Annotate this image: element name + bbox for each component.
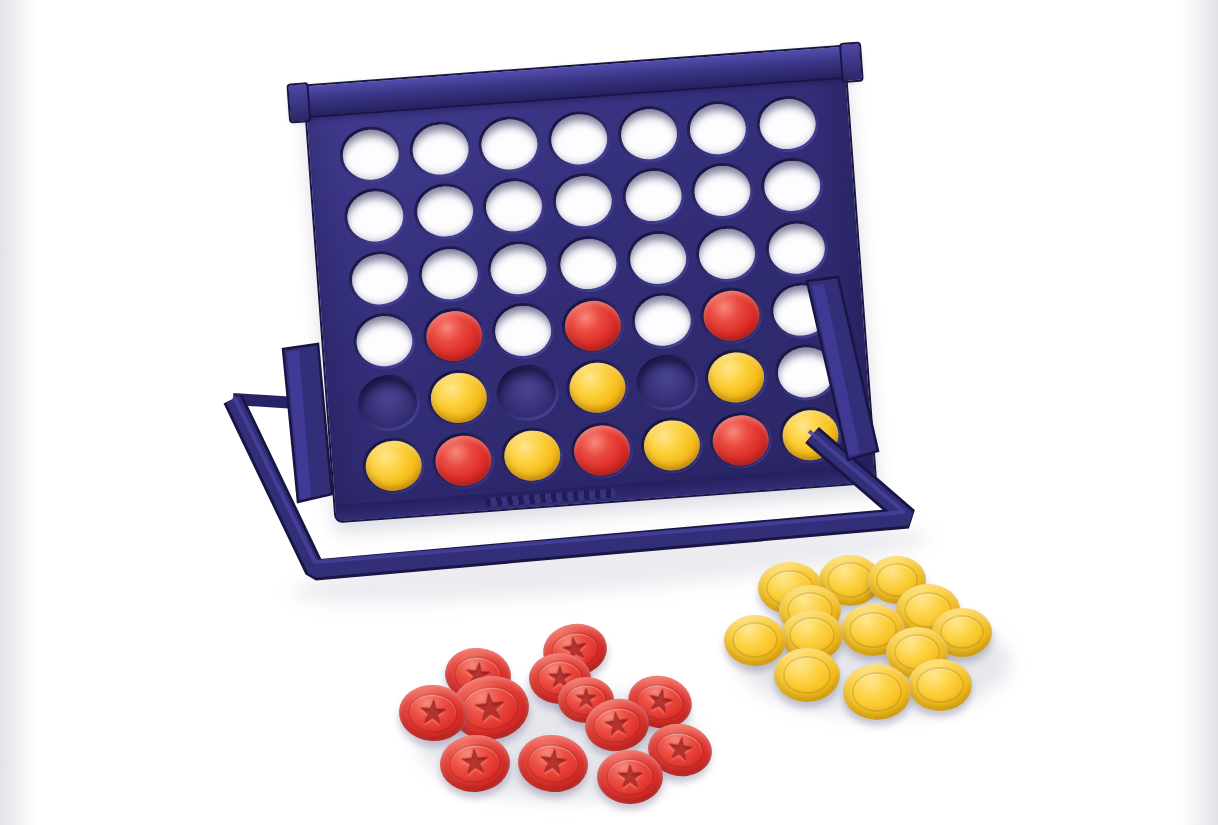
star-emboss: ★ <box>600 706 633 742</box>
yellow-disc <box>429 371 489 425</box>
empty-hole <box>410 123 470 177</box>
empty-hole <box>359 377 419 431</box>
hole-rim <box>416 244 482 304</box>
empty-hole <box>494 304 554 358</box>
yellow-disc <box>781 408 841 462</box>
hole-rim <box>685 99 751 159</box>
hole-rim <box>555 234 621 294</box>
connect4-grid <box>334 91 848 500</box>
empty-hole <box>693 165 753 219</box>
empty-hole <box>767 222 827 276</box>
hole-rim <box>551 172 617 232</box>
yellow-disc <box>503 428 563 482</box>
connect-four-product-photo: ★★★★★★★★★★★★ <box>0 0 1218 825</box>
cell-r2c5[interactable] <box>616 163 690 230</box>
hole-rim <box>569 420 635 480</box>
hole-rim <box>764 218 830 278</box>
cell-r3c5[interactable] <box>621 225 695 292</box>
hole-rim <box>342 187 408 247</box>
star-emboss: ★ <box>470 686 509 728</box>
cell-r1c3[interactable] <box>473 111 547 178</box>
cell-r5c7[interactable] <box>769 339 843 406</box>
cell-r6c6[interactable] <box>704 407 778 474</box>
hole-rim <box>546 109 612 169</box>
empty-hole <box>489 242 549 296</box>
hole-rim <box>490 301 556 361</box>
hole-rim <box>704 348 770 408</box>
red-disc <box>433 434 493 488</box>
hole-rim <box>773 343 839 403</box>
hole-rim <box>356 373 422 433</box>
cell-r1c7[interactable] <box>751 91 825 158</box>
yellow-loose-disc[interactable] <box>843 664 911 720</box>
cell-r2c2[interactable] <box>408 178 482 245</box>
hole-rim <box>361 435 427 495</box>
star-emboss: ★ <box>615 760 645 793</box>
star-emboss: ★ <box>643 682 678 719</box>
hole-rim <box>421 306 487 366</box>
cell-r1c1[interactable] <box>334 121 408 188</box>
right-edge-vignette <box>1182 0 1218 825</box>
yellow-loose-disc[interactable] <box>908 659 972 711</box>
empty-hole <box>559 237 619 291</box>
cell-r6c7[interactable] <box>774 401 848 468</box>
empty-hole <box>415 185 475 239</box>
star-emboss: ★ <box>417 694 450 730</box>
cell-r3c3[interactable] <box>482 235 556 302</box>
star-emboss: ★ <box>663 731 696 767</box>
star-emboss: ★ <box>458 743 492 780</box>
cell-r5c2[interactable] <box>421 365 495 432</box>
hole-rim <box>351 311 417 371</box>
empty-hole <box>355 314 415 368</box>
hole-rim <box>694 223 760 283</box>
cell-r5c1[interactable] <box>352 370 426 437</box>
cell-r4c6[interactable] <box>695 282 769 349</box>
cell-r4c1[interactable] <box>347 308 421 375</box>
hole-rim <box>616 104 682 164</box>
hole-rim <box>778 405 844 465</box>
hole-rim <box>338 125 404 185</box>
cell-r3c2[interactable] <box>412 240 486 307</box>
cell-r4c7[interactable] <box>764 277 838 344</box>
hole-rim <box>565 358 631 418</box>
cell-r4c4[interactable] <box>556 292 630 359</box>
cell-r6c5[interactable] <box>635 412 709 479</box>
cell-r6c1[interactable] <box>356 432 430 499</box>
yellow-disc <box>568 361 628 415</box>
hole-rim <box>425 368 491 428</box>
red-disc <box>424 309 484 363</box>
empty-hole <box>637 356 697 410</box>
cell-r3c6[interactable] <box>690 220 764 287</box>
hole-rim <box>486 239 552 299</box>
empty-hole <box>480 118 540 172</box>
cell-r5c3[interactable] <box>491 360 565 427</box>
cell-r4c3[interactable] <box>486 298 560 365</box>
cell-r1c5[interactable] <box>612 101 686 168</box>
yellow-disc <box>364 439 424 493</box>
yellow-disc <box>642 418 702 472</box>
red-loose-disc[interactable]: ★ <box>597 750 663 804</box>
cell-r3c4[interactable] <box>551 230 625 297</box>
empty-hole <box>549 113 609 167</box>
empty-hole <box>776 346 836 400</box>
hole-rim <box>625 229 691 289</box>
base-rear-rail <box>233 399 312 404</box>
red-disc <box>572 423 632 477</box>
star-emboss: ★ <box>535 743 570 782</box>
red-disc <box>563 299 623 353</box>
cell-r1c2[interactable] <box>403 116 477 183</box>
cell-r2c7[interactable] <box>755 153 829 220</box>
hole-rim <box>620 166 686 226</box>
cell-r5c4[interactable] <box>560 355 634 422</box>
cell-r5c5[interactable] <box>630 349 704 416</box>
connect4-board <box>303 49 877 524</box>
yellow-disc <box>707 351 767 405</box>
empty-hole <box>485 180 545 234</box>
hole-rim <box>495 363 561 423</box>
cell-r4c5[interactable] <box>625 287 699 354</box>
cell-r4c2[interactable] <box>417 303 491 370</box>
cell-r1c4[interactable] <box>542 106 616 173</box>
hole-rim <box>769 281 835 341</box>
cell-r3c1[interactable] <box>343 246 417 313</box>
board-bottom-ribs <box>485 489 615 507</box>
empty-hole <box>628 232 688 286</box>
empty-hole <box>341 128 401 182</box>
empty-hole <box>350 252 410 306</box>
hole-rim <box>500 425 566 485</box>
empty-hole <box>772 284 832 338</box>
empty-hole <box>689 102 749 156</box>
cell-r1c6[interactable] <box>681 96 755 163</box>
cell-r5c6[interactable] <box>700 344 774 411</box>
empty-hole <box>758 97 818 151</box>
hole-rim <box>634 353 700 413</box>
left-edge-vignette <box>0 0 36 825</box>
empty-hole <box>763 159 823 213</box>
hole-rim <box>347 249 413 309</box>
hole-rim <box>708 410 774 470</box>
hole-rim <box>699 286 765 346</box>
hole-rim <box>407 120 473 180</box>
cell-r2c1[interactable] <box>338 183 412 250</box>
empty-hole <box>698 227 758 281</box>
cell-r6c3[interactable] <box>495 422 569 489</box>
empty-hole <box>633 294 693 348</box>
red-disc <box>711 413 771 467</box>
yellow-loose-disc[interactable] <box>774 648 840 702</box>
empty-hole <box>345 190 405 244</box>
hole-rim <box>759 156 825 216</box>
cell-r6c2[interactable] <box>426 427 500 494</box>
cell-r2c3[interactable] <box>477 173 551 240</box>
yellow-loose-disc[interactable] <box>724 615 786 666</box>
hole-rim <box>481 177 547 237</box>
cell-r2c4[interactable] <box>547 168 621 235</box>
red-disc <box>702 289 762 343</box>
left-support-highlight <box>287 350 311 500</box>
hole-rim <box>755 94 821 154</box>
hole-rim <box>639 415 705 475</box>
empty-hole <box>554 175 614 229</box>
hole-rim <box>560 296 626 356</box>
cell-r3c7[interactable] <box>760 215 834 282</box>
cell-r2c6[interactable] <box>686 158 760 225</box>
hole-rim <box>430 430 496 490</box>
empty-hole <box>498 366 558 420</box>
hole-rim <box>690 161 756 221</box>
empty-hole <box>420 247 480 301</box>
hole-rim <box>629 291 695 351</box>
cell-r6c4[interactable] <box>565 417 639 484</box>
empty-hole <box>624 170 684 224</box>
empty-hole <box>619 107 679 161</box>
hole-rim <box>412 182 478 242</box>
hole-rim <box>477 114 543 174</box>
